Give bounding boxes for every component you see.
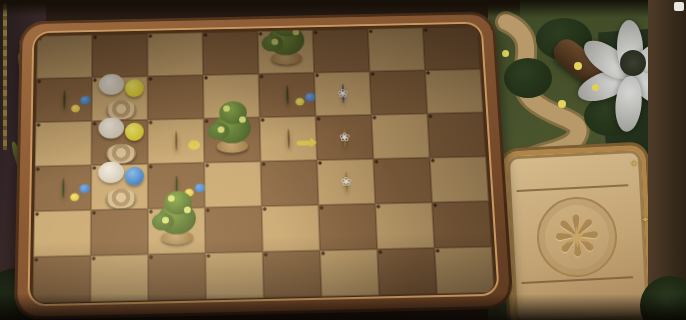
cell-r5c4[interactable] bbox=[205, 206, 263, 253]
bush-body bbox=[205, 97, 259, 155]
cell-r1c8[interactable] bbox=[423, 26, 481, 70]
cell-r4c6[interactable]: ❀ bbox=[317, 159, 375, 205]
white-tuft bbox=[98, 117, 124, 139]
bush-body bbox=[149, 187, 203, 247]
cell-r1c5[interactable] bbox=[258, 30, 314, 74]
blue-plate-disc: ❀ bbox=[341, 84, 344, 104]
cell-r5c3[interactable] bbox=[148, 208, 205, 255]
bottom-vignette bbox=[0, 294, 686, 320]
cell-r6c6[interactable] bbox=[320, 249, 379, 297]
lily-pad-disc bbox=[286, 85, 289, 105]
cell-r3c8[interactable] bbox=[427, 112, 486, 157]
piece-bush[interactable] bbox=[149, 194, 203, 255]
bush-body bbox=[259, 26, 313, 67]
tray-medallion: ❋ ✶ bbox=[535, 195, 619, 279]
cell-r6c4[interactable] bbox=[205, 252, 263, 300]
cell-r2c6[interactable]: ❀ bbox=[314, 71, 371, 116]
piece-lily-blue[interactable] bbox=[62, 179, 64, 198]
top-shadow bbox=[0, 0, 520, 16]
yellow-bud-ball bbox=[125, 79, 144, 97]
yellow-bud bbox=[71, 105, 80, 113]
cell-r3c5[interactable] bbox=[260, 116, 317, 161]
tray-plank-line bbox=[521, 276, 633, 284]
cell-r1c3[interactable] bbox=[147, 32, 203, 76]
spiral-base bbox=[106, 188, 136, 208]
piece-lily-blue[interactable] bbox=[63, 91, 65, 109]
piece-lily-mixed[interactable] bbox=[286, 86, 288, 104]
foliage-clump bbox=[504, 58, 552, 98]
cell-r2c8[interactable] bbox=[425, 69, 483, 114]
piece-wood-arrow[interactable] bbox=[287, 130, 289, 148]
flower-icon: ❀ bbox=[337, 87, 348, 99]
yellow-plate-disc: ❀ bbox=[343, 127, 346, 147]
cell-r5c8[interactable] bbox=[432, 201, 492, 248]
yellow-critter bbox=[295, 98, 304, 106]
piece-plate-yellow[interactable]: ❀ bbox=[343, 128, 346, 146]
cell-r5c7[interactable] bbox=[375, 202, 434, 249]
yellow-bud bbox=[70, 193, 79, 201]
game-board: ❀❀❀ bbox=[14, 11, 514, 320]
yellow-arrow bbox=[296, 141, 312, 146]
flower-core bbox=[620, 50, 646, 76]
wooden-disc bbox=[175, 131, 177, 151]
cell-r3c6[interactable]: ❀ bbox=[316, 115, 374, 160]
lily-pad-disc bbox=[63, 90, 65, 110]
right-wall-wood bbox=[648, 0, 686, 320]
yellow-bud-ball bbox=[125, 123, 144, 142]
cell-r6c7[interactable] bbox=[377, 248, 437, 296]
cell-r6c5[interactable] bbox=[263, 250, 322, 298]
cell-r2c5[interactable] bbox=[259, 73, 316, 118]
flower-icon: ❀ bbox=[339, 130, 350, 143]
ui-fragment-icon[interactable] bbox=[674, 2, 684, 11]
yellow-blossom bbox=[574, 62, 582, 70]
cell-r4c4[interactable] bbox=[204, 161, 261, 207]
cell-r2c3[interactable] bbox=[148, 75, 204, 120]
yellow-blossom bbox=[558, 100, 566, 108]
piece-plate-yellow[interactable]: ❀ bbox=[345, 173, 348, 192]
cell-r3c7[interactable] bbox=[371, 114, 429, 159]
cell-r4c5[interactable] bbox=[261, 160, 319, 206]
tray-plank-line bbox=[516, 184, 628, 192]
piece-wood-yellow[interactable] bbox=[175, 132, 177, 150]
white-tuft bbox=[98, 161, 124, 183]
blue-critter bbox=[79, 184, 90, 193]
cell-r1c1[interactable] bbox=[36, 35, 92, 79]
cell-r5c2[interactable] bbox=[91, 209, 148, 256]
yellow-critter bbox=[188, 140, 200, 150]
piece-plate-blue[interactable]: ❀ bbox=[341, 85, 344, 103]
sprout-body bbox=[96, 157, 144, 209]
blue-critter bbox=[80, 96, 91, 105]
yellow-plate-disc: ❀ bbox=[345, 172, 348, 192]
white-tuft bbox=[98, 74, 123, 95]
gold-star-icon: ✦ bbox=[630, 158, 638, 169]
star-icon: ✶ bbox=[564, 219, 591, 255]
cell-r1c7[interactable] bbox=[368, 28, 425, 72]
piece-bush[interactable] bbox=[205, 104, 259, 163]
lily-pad-disc bbox=[62, 178, 64, 199]
cell-r3c1[interactable] bbox=[35, 121, 92, 166]
cell-r4c7[interactable] bbox=[373, 158, 432, 204]
bush-bud bbox=[292, 29, 299, 36]
cell-r3c3[interactable] bbox=[148, 119, 205, 164]
cell-r4c8[interactable] bbox=[430, 156, 489, 202]
board-grid: ❀❀❀ bbox=[33, 26, 495, 303]
cell-r3c4[interactable] bbox=[204, 117, 261, 162]
cell-r5c1[interactable] bbox=[33, 210, 91, 257]
cell-r5c6[interactable] bbox=[318, 204, 377, 251]
game-scene: ❋ ✶ ✦ ✦ ❀❀❀ bbox=[0, 0, 686, 320]
cell-r5c5[interactable] bbox=[262, 205, 320, 252]
cell-r1c6[interactable] bbox=[313, 29, 370, 73]
cell-r1c4[interactable] bbox=[203, 31, 259, 75]
cell-r4c1[interactable] bbox=[34, 165, 91, 211]
cell-r4c2[interactable] bbox=[91, 164, 148, 210]
wooden-disc bbox=[287, 129, 290, 149]
cell-r2c1[interactable] bbox=[36, 78, 92, 123]
piece-bush[interactable] bbox=[259, 26, 313, 73]
cell-r2c7[interactable] bbox=[370, 70, 428, 115]
gold-trim bbox=[3, 0, 7, 150]
cell-r6c8[interactable] bbox=[434, 247, 494, 295]
yellow-blossom bbox=[592, 84, 599, 91]
blue-bud-ball bbox=[125, 167, 144, 186]
flower-icon: ❀ bbox=[340, 175, 351, 188]
yellow-blossom bbox=[502, 50, 509, 57]
